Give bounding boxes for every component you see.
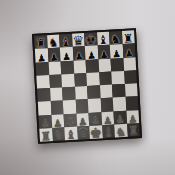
- square-h6: [123, 57, 136, 71]
- square-c6: [61, 60, 74, 74]
- piece-white-bishop: ♝: [103, 127, 114, 140]
- piece-white-pawn: ♟: [128, 114, 138, 124]
- piece-white-rook: ♜: [128, 125, 139, 138]
- square-a6: [36, 62, 49, 76]
- piece-black-rook: ♜: [35, 37, 46, 50]
- piece-white-bishop: ♝: [65, 129, 76, 142]
- square-g5: [111, 71, 124, 85]
- square-e8: ♚: [84, 32, 97, 46]
- square-b1: ♞: [52, 127, 65, 141]
- square-d4: [75, 86, 88, 100]
- piece-white-rook: ♜: [40, 130, 51, 143]
- square-a5: [36, 75, 49, 89]
- piece-white-pawn: ♟: [103, 115, 113, 125]
- square-f4: [99, 85, 112, 99]
- square-g1: ♞: [114, 124, 127, 138]
- piece-white-knight: ♞: [53, 129, 64, 142]
- piece-black-pawn: ♟: [112, 49, 122, 59]
- square-b6: [48, 61, 61, 75]
- square-g2: ♟: [113, 110, 126, 124]
- square-f6: [98, 58, 111, 72]
- square-a1: ♜: [39, 128, 52, 142]
- square-c4: [62, 87, 75, 101]
- square-b8: ♞: [47, 34, 60, 48]
- piece-black-pawn: ♟: [124, 48, 134, 58]
- piece-black-knight: ♞: [110, 33, 121, 46]
- square-h4: [124, 83, 137, 97]
- chess-board: ♜♞♝♛♚♝♞♜♟♟♟♟♟♟♟♟♟♟♟♟♟♟♟♟♜♞♝♛♚♝♞♜: [32, 28, 142, 144]
- piece-black-pawn: ♟: [99, 49, 109, 59]
- piece-black-pawn: ♟: [74, 51, 84, 61]
- square-f2: ♟: [101, 111, 114, 125]
- square-b3: [50, 101, 63, 115]
- square-d6: [73, 60, 86, 74]
- piece-white-pawn: ♟: [41, 119, 51, 129]
- square-h3: [125, 96, 138, 110]
- board-grid: ♜♞♝♛♚♝♞♜♟♟♟♟♟♟♟♟♟♟♟♟♟♟♟♟♜♞♝♛♚♝♞♜: [34, 30, 140, 141]
- square-e1: ♚: [89, 125, 102, 139]
- square-f3: [100, 98, 113, 112]
- piece-white-king: ♚: [89, 126, 102, 140]
- square-g4: [112, 84, 125, 98]
- piece-black-rook: ♜: [122, 33, 133, 46]
- square-f5: [99, 71, 112, 85]
- square-b2: ♟: [51, 114, 64, 128]
- piece-white-knight: ♞: [115, 126, 126, 139]
- square-e4: [87, 85, 100, 99]
- square-c2: ♟: [64, 113, 77, 127]
- piece-black-bishop: ♝: [60, 36, 71, 49]
- piece-white-pawn: ♟: [66, 117, 76, 127]
- square-a8: ♜: [34, 35, 47, 49]
- piece-black-king: ♚: [84, 33, 97, 47]
- square-d3: [75, 99, 88, 113]
- square-g6: [110, 57, 123, 71]
- square-h8: ♜: [121, 30, 134, 44]
- square-d8: ♛: [72, 33, 85, 47]
- piece-black-pawn: ♟: [62, 51, 72, 61]
- square-e6: [86, 59, 99, 73]
- square-c1: ♝: [64, 126, 77, 140]
- piece-black-pawn: ♟: [87, 50, 97, 60]
- square-g3: [113, 97, 126, 111]
- piece-black-pawn: ♟: [37, 53, 47, 63]
- piece-white-pawn: ♟: [53, 118, 63, 128]
- square-h5: [124, 70, 137, 84]
- piece-black-pawn: ♟: [49, 52, 59, 62]
- piece-white-pawn: ♟: [115, 115, 125, 125]
- square-d5: [74, 73, 87, 87]
- square-b4: [50, 87, 63, 101]
- piece-black-bishop: ♝: [98, 34, 109, 47]
- square-c5: [61, 73, 74, 87]
- square-e3: [88, 99, 101, 113]
- square-d1: ♛: [77, 126, 90, 140]
- square-a3: [38, 101, 51, 115]
- piece-white-queen: ♛: [77, 126, 90, 140]
- square-c8: ♝: [59, 34, 72, 48]
- square-f1: ♝: [102, 124, 115, 138]
- square-a2: ♟: [39, 115, 52, 129]
- square-f8: ♝: [97, 32, 110, 46]
- square-c3: [63, 100, 76, 114]
- piece-black-knight: ♞: [48, 37, 59, 50]
- square-a4: [37, 88, 50, 102]
- square-e5: [86, 72, 99, 86]
- square-h1: ♜: [127, 123, 140, 137]
- square-h2: ♟: [126, 110, 139, 124]
- square-g8: ♞: [109, 31, 122, 45]
- square-b5: [49, 74, 62, 88]
- piece-black-queen: ♛: [72, 34, 85, 48]
